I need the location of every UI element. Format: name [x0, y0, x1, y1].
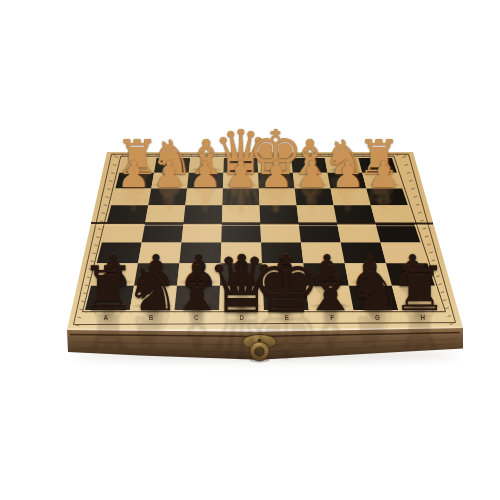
piece-light-pawn: ♟ — [296, 158, 329, 195]
piece-light-pawn: ♟ — [260, 158, 293, 195]
product-photo: ABCDEFGH ♜♜♞♞♝♝♛♛♚♚♝♝♞♞♜♜♟♟♟♟♟♟♟♟♟♟♟♟♟♟♟… — [0, 0, 500, 500]
piece-light-pawn: ♟ — [367, 158, 400, 195]
piece-light-pawn: ♟ — [224, 158, 257, 195]
piece-light-pawn: ♟ — [331, 158, 364, 195]
pieces-layer: ♜♜♞♞♝♝♛♛♚♚♝♝♞♞♜♜♟♟♟♟♟♟♟♟♟♟♟♟♟♟♟♟♟♟♟♟♟♟♟♟… — [0, 0, 500, 500]
piece-dark-rook: ♜ — [392, 259, 447, 321]
piece-light-pawn: ♟ — [189, 158, 222, 195]
piece-light-pawn: ♟ — [153, 158, 186, 195]
piece-light-pawn: ♟ — [117, 158, 150, 195]
